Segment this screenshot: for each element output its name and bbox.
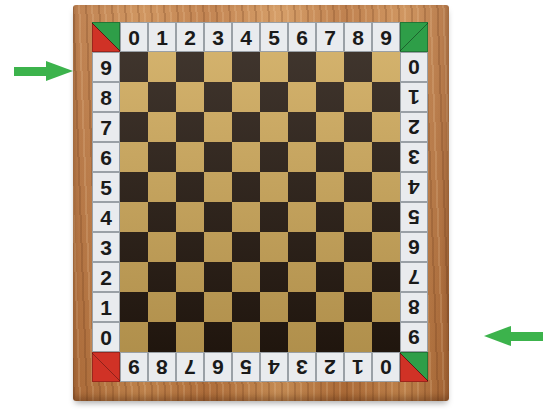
board-square-r7-c9-light [372,112,400,142]
board-square-r0-c2-light [176,322,204,352]
board-square-r2-c6-light [288,262,316,292]
board-square-r3-c6-dark [288,232,316,262]
board-square-r9-c9-light [372,52,400,82]
board-square-r2-c3-dark [204,262,232,292]
board-square-r3-c7-light [316,232,344,262]
board-square-r1-c5-light [260,292,288,322]
board-square-r6-c1-dark [148,142,176,172]
coord-label-top-6: 6 [288,22,316,52]
board-square-r8-c3-dark [204,82,232,112]
coord-label-right-6: 6 [400,232,428,262]
board-square-r5-c6-dark [288,172,316,202]
board-square-r9-c2-dark [176,52,204,82]
coord-label-right-4: 4 [400,172,428,202]
coord-label-left-0: 0 [92,322,120,352]
board-square-r8-c1-dark [148,82,176,112]
board-square-r7-c4-dark [232,112,260,142]
coord-label-top-0: 0 [120,22,148,52]
board-square-r8-c6-light [288,82,316,112]
board-square-r9-c0-dark [120,52,148,82]
board-square-r1-c9-light [372,292,400,322]
coord-label-bottom-7: 7 [176,352,204,382]
board-square-r1-c6-dark [288,292,316,322]
corner-marker-bottom-right [400,352,428,382]
board-square-r6-c4-light [232,142,260,172]
coord-label-bottom-2: 2 [316,352,344,382]
board-square-r1-c1-light [148,292,176,322]
coord-label-bottom-6: 6 [204,352,232,382]
board-square-r8-c0-light [120,82,148,112]
board-square-r6-c2-light [176,142,204,172]
board-square-r8-c2-light [176,82,204,112]
board-square-r5-c4-dark [232,172,260,202]
coord-label-left-9: 9 [92,52,120,82]
coord-label-right-7: 7 [400,262,428,292]
board-square-r6-c6-light [288,142,316,172]
board-square-r8-c8-light [344,82,372,112]
board-square-r9-c5-light [260,52,288,82]
board-square-r1-c4-dark [232,292,260,322]
board-square-r7-c8-dark [344,112,372,142]
board-square-r9-c3-light [204,52,232,82]
arrow-head-icon [46,61,73,81]
corner-marker-top-left [92,22,120,52]
coordinate-strip-top: 0123456789 [120,22,400,52]
coord-label-left-7: 7 [92,112,120,142]
board-square-r2-c9-dark [372,262,400,292]
board-square-r4-c8-light [344,202,372,232]
coordinate-strip-left: 9876543210 [92,52,120,352]
coord-label-bottom-4: 4 [260,352,288,382]
coord-label-left-8: 8 [92,82,120,112]
board-square-r7-c0-dark [120,112,148,142]
coord-label-bottom-1: 1 [344,352,372,382]
checkers-board-10x10 [120,52,400,352]
board-square-r9-c8-dark [344,52,372,82]
coord-label-left-6: 6 [92,142,120,172]
arrow-shaft [14,67,48,76]
board-square-r7-c6-dark [288,112,316,142]
board-square-r0-c3-dark [204,322,232,352]
coord-label-left-1: 1 [92,292,120,322]
board-square-r3-c5-light [260,232,288,262]
board-square-r9-c7-light [316,52,344,82]
board-square-r4-c6-light [288,202,316,232]
board-square-r2-c4-light [232,262,260,292]
board-square-r5-c8-dark [344,172,372,202]
board-square-r1-c3-light [204,292,232,322]
coord-label-left-3: 3 [92,232,120,262]
board-square-r2-c8-light [344,262,372,292]
board-square-r3-c1-light [148,232,176,262]
board-square-r3-c2-dark [176,232,204,262]
board-square-r2-c7-dark [316,262,344,292]
board-square-r2-c1-dark [148,262,176,292]
board-square-r3-c0-dark [120,232,148,262]
board-square-r4-c9-dark [372,202,400,232]
coord-label-top-9: 9 [372,22,400,52]
board-square-r1-c2-dark [176,292,204,322]
board-square-r0-c5-dark [260,322,288,352]
board-square-r5-c3-light [204,172,232,202]
board-square-r4-c3-dark [204,202,232,232]
board-square-r5-c7-light [316,172,344,202]
board-square-r4-c4-light [232,202,260,232]
corner-marker-top-right [400,22,428,52]
board-square-r3-c8-dark [344,232,372,262]
arrow-shaft [509,332,543,341]
board-square-r4-c7-dark [316,202,344,232]
coord-label-right-9: 9 [400,322,428,352]
board-square-r3-c3-light [204,232,232,262]
board-square-r6-c5-dark [260,142,288,172]
coord-label-left-4: 4 [92,202,120,232]
board-square-r4-c1-dark [148,202,176,232]
board-square-r0-c0-light [120,322,148,352]
corner-marker-bottom-left [92,352,120,382]
board-square-r1-c7-light [316,292,344,322]
board-square-r8-c7-dark [316,82,344,112]
green-arrow-right-pointing-left [484,326,543,346]
board-square-r6-c3-dark [204,142,232,172]
coord-label-bottom-3: 3 [288,352,316,382]
board-square-r0-c4-light [232,322,260,352]
board-square-r6-c7-dark [316,142,344,172]
coord-label-top-4: 4 [232,22,260,52]
board-square-r7-c1-light [148,112,176,142]
coord-label-right-5: 5 [400,202,428,232]
board-square-r9-c1-light [148,52,176,82]
coord-label-top-5: 5 [260,22,288,52]
board-square-r8-c9-dark [372,82,400,112]
coord-label-top-8: 8 [344,22,372,52]
coord-label-left-2: 2 [92,262,120,292]
coord-label-top-1: 1 [148,22,176,52]
coord-label-right-8: 8 [400,292,428,322]
board-square-r4-c0-light [120,202,148,232]
board-square-r5-c1-light [148,172,176,202]
board-square-r5-c9-light [372,172,400,202]
board-square-r7-c7-light [316,112,344,142]
board-square-r0-c7-dark [316,322,344,352]
green-arrow-left-pointing-right [14,61,73,81]
board-square-r8-c4-light [232,82,260,112]
coordinate-strip-right: 0123456789 [400,52,428,352]
board-square-r4-c2-light [176,202,204,232]
board-square-r6-c8-light [344,142,372,172]
board-square-r0-c6-light [288,322,316,352]
board-square-r5-c5-light [260,172,288,202]
board-square-r4-c5-dark [260,202,288,232]
coord-label-bottom-8: 8 [148,352,176,382]
coord-label-top-3: 3 [204,22,232,52]
wooden-board: 0123456789 9876543210 9876543210 0123456… [73,5,449,401]
coord-label-right-3: 3 [400,142,428,172]
coord-label-right-2: 2 [400,112,428,142]
coordinate-strip-bottom: 9876543210 [120,352,400,382]
board-square-r1-c8-dark [344,292,372,322]
coord-label-right-0: 0 [400,52,428,82]
board-square-r0-c1-dark [148,322,176,352]
arrow-head-icon [484,326,511,346]
board-square-r1-c0-dark [120,292,148,322]
board-square-r3-c9-light [372,232,400,262]
coord-label-top-7: 7 [316,22,344,52]
coord-label-right-1: 1 [400,82,428,112]
coord-label-left-5: 5 [92,172,120,202]
coord-label-bottom-0: 0 [372,352,400,382]
board-square-r9-c4-dark [232,52,260,82]
board-square-r5-c0-dark [120,172,148,202]
board-square-r2-c2-light [176,262,204,292]
coord-label-top-2: 2 [176,22,204,52]
board-square-r2-c5-dark [260,262,288,292]
board-square-r7-c3-light [204,112,232,142]
board-square-r7-c5-light [260,112,288,142]
coord-label-bottom-5: 5 [232,352,260,382]
board-square-r7-c2-dark [176,112,204,142]
board-square-r5-c2-dark [176,172,204,202]
board-square-r8-c5-dark [260,82,288,112]
coord-label-bottom-9: 9 [120,352,148,382]
board-square-r0-c8-light [344,322,372,352]
board-square-r2-c0-light [120,262,148,292]
board-square-r0-c9-dark [372,322,400,352]
board-square-r3-c4-dark [232,232,260,262]
board-square-r6-c9-dark [372,142,400,172]
board-square-r6-c0-light [120,142,148,172]
board-square-r9-c6-dark [288,52,316,82]
